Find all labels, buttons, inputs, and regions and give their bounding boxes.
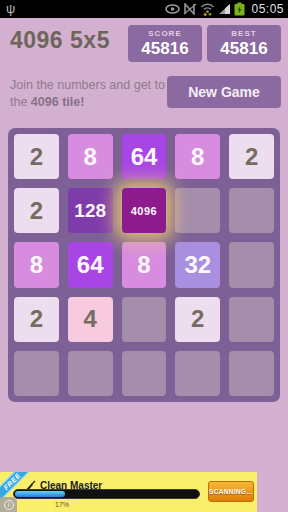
scanning-button[interactable]: SCANNING… [208, 481, 254, 502]
usb-icon: ψ [6, 0, 15, 18]
tile-4: 4 [68, 297, 113, 342]
ad-info-icon[interactable]: i [0, 497, 17, 512]
tile-64: 64 [122, 134, 167, 179]
tile-2: 2 [175, 297, 220, 342]
nfc-off-icon [183, 3, 197, 15]
best-value: 45816 [220, 39, 267, 58]
tile-8: 8 [122, 242, 167, 287]
tile-2: 2 [229, 134, 274, 179]
tile-2: 2 [14, 297, 59, 342]
score-box: SCORE 45816 [128, 25, 202, 62]
score-value: 45816 [141, 39, 188, 58]
eye-icon [165, 4, 180, 14]
page-title: 4096 5x5 [10, 27, 110, 54]
empty-cell [14, 351, 59, 396]
tile-64: 64 [68, 242, 113, 287]
empty-cell [175, 188, 220, 233]
tile-32: 32 [175, 242, 220, 287]
clock-time: 05:05 [251, 2, 284, 16]
ad-banner[interactable]: FREE Clean Master 17% i SCANNING… [0, 472, 257, 512]
scan-progress-fill [15, 491, 65, 497]
empty-cell [229, 297, 274, 342]
signal-strength-icon [218, 3, 231, 15]
empty-cell [122, 351, 167, 396]
tile-2: 2 [14, 134, 59, 179]
empty-cell [229, 351, 274, 396]
tile-8: 8 [68, 134, 113, 179]
wifi-arrows-icon [200, 3, 215, 16]
new-game-button[interactable]: New Game [167, 76, 281, 108]
tile-2: 2 [14, 188, 59, 233]
instruction-text: Join the numbers and get to the 4096 til… [10, 77, 168, 111]
scan-progress-bar [13, 489, 200, 499]
board[interactable]: 28648221284096864832242 [8, 128, 280, 402]
empty-cell [175, 351, 220, 396]
best-box: BEST 45816 [207, 25, 281, 62]
tile-8: 8 [14, 242, 59, 287]
empty-cell [122, 297, 167, 342]
instruction-goal: 4096 tile! [31, 95, 85, 109]
status-bar: ψ 05: [0, 0, 288, 18]
tile-128: 128 [68, 188, 113, 233]
tile-4096: 4096 [122, 188, 167, 233]
scan-progress-label: 17% [55, 501, 69, 508]
app-screen: ψ 05: [0, 0, 288, 512]
best-label: BEST [231, 29, 256, 39]
empty-cell [68, 351, 113, 396]
empty-cell [229, 242, 274, 287]
battery-charging-icon [234, 2, 245, 16]
empty-cell [229, 188, 274, 233]
score-label: SCORE [148, 29, 181, 39]
tile-8: 8 [175, 134, 220, 179]
